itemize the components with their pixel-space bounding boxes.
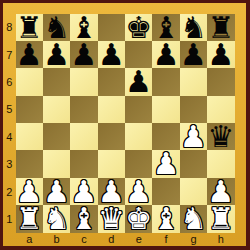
piece-white-pawn[interactable]: ♟ xyxy=(16,178,43,205)
square-g8[interactable]: ♞ xyxy=(180,14,207,41)
square-h8[interactable]: ♜ xyxy=(207,14,234,41)
square-h3[interactable] xyxy=(207,150,234,177)
square-h1[interactable]: ♜ xyxy=(207,205,234,232)
piece-white-knight[interactable]: ♞ xyxy=(180,205,207,232)
square-c3[interactable] xyxy=(70,150,97,177)
square-f5[interactable] xyxy=(152,96,179,123)
file-label-c: c xyxy=(70,233,97,246)
square-c4[interactable] xyxy=(70,123,97,150)
rank-label-1: 1 xyxy=(3,205,16,232)
square-h2[interactable]: ♟ xyxy=(207,178,234,205)
square-b2[interactable]: ♟ xyxy=(43,178,70,205)
square-e7[interactable] xyxy=(125,41,152,68)
piece-black-pawn[interactable]: ♟ xyxy=(71,41,98,68)
square-h7[interactable]: ♟ xyxy=(207,41,234,68)
piece-black-pawn[interactable]: ♟ xyxy=(16,41,43,68)
file-label-d: d xyxy=(98,233,125,246)
square-f1[interactable]: ♝ xyxy=(152,205,179,232)
square-e1[interactable]: ♚ xyxy=(125,205,152,232)
rank-label-8: 8 xyxy=(3,14,16,41)
square-a7[interactable]: ♟ xyxy=(16,41,43,68)
square-g4[interactable]: ♟ xyxy=(180,123,207,150)
square-b7[interactable]: ♟ xyxy=(43,41,70,68)
square-a2[interactable]: ♟ xyxy=(16,178,43,205)
square-h6[interactable] xyxy=(207,68,234,95)
piece-white-knight[interactable]: ♞ xyxy=(43,205,70,232)
piece-white-bishop[interactable]: ♝ xyxy=(71,205,98,232)
square-c7[interactable]: ♟ xyxy=(70,41,97,68)
square-d4[interactable] xyxy=(98,123,125,150)
piece-white-pawn[interactable]: ♟ xyxy=(43,178,70,205)
board-frame: 87654321 abcdefgh ♜♞♝♚♝♞♜♟♟♟♟♟♟♟♟♟♛♟♟♟♟♟… xyxy=(3,3,246,246)
square-d2[interactable]: ♟ xyxy=(98,178,125,205)
rank-labels: 87654321 xyxy=(3,14,16,233)
square-g5[interactable] xyxy=(180,96,207,123)
piece-white-pawn[interactable]: ♟ xyxy=(207,178,234,205)
square-g1[interactable]: ♞ xyxy=(180,205,207,232)
rank-label-2: 2 xyxy=(3,178,16,205)
square-f8[interactable]: ♝ xyxy=(152,14,179,41)
piece-white-bishop[interactable]: ♝ xyxy=(153,205,180,232)
rank-label-3: 3 xyxy=(3,150,16,177)
square-f3[interactable]: ♟ xyxy=(152,150,179,177)
file-labels: abcdefgh xyxy=(16,233,235,246)
piece-black-pawn[interactable]: ♟ xyxy=(207,41,234,68)
square-b4[interactable] xyxy=(43,123,70,150)
square-g6[interactable] xyxy=(180,68,207,95)
square-b8[interactable]: ♞ xyxy=(43,14,70,41)
square-b3[interactable] xyxy=(43,150,70,177)
square-e5[interactable] xyxy=(125,96,152,123)
rank-label-6: 6 xyxy=(3,68,16,95)
piece-black-pawn[interactable]: ♟ xyxy=(125,68,152,95)
square-e4[interactable] xyxy=(125,123,152,150)
square-a1[interactable]: ♜ xyxy=(16,205,43,232)
piece-white-pawn[interactable]: ♟ xyxy=(125,178,152,205)
square-e6[interactable]: ♟ xyxy=(125,68,152,95)
file-label-e: e xyxy=(125,233,152,246)
square-f2[interactable] xyxy=(152,178,179,205)
square-d7[interactable]: ♟ xyxy=(98,41,125,68)
piece-white-pawn[interactable]: ♟ xyxy=(98,178,125,205)
square-b5[interactable] xyxy=(43,96,70,123)
piece-black-knight[interactable]: ♞ xyxy=(43,14,70,41)
square-d1[interactable]: ♛ xyxy=(98,205,125,232)
piece-black-pawn[interactable]: ♟ xyxy=(98,41,125,68)
piece-black-pawn[interactable]: ♟ xyxy=(153,41,180,68)
piece-white-pawn[interactable]: ♟ xyxy=(153,150,180,177)
piece-white-queen[interactable]: ♛ xyxy=(98,205,125,232)
square-a6[interactable] xyxy=(16,68,43,95)
square-d5[interactable] xyxy=(98,96,125,123)
rank-label-5: 5 xyxy=(3,96,16,123)
piece-white-rook[interactable]: ♜ xyxy=(207,205,234,232)
file-label-a: a xyxy=(16,233,43,246)
piece-white-rook[interactable]: ♜ xyxy=(16,205,43,232)
piece-black-queen[interactable]: ♛ xyxy=(207,123,234,150)
square-f7[interactable]: ♟ xyxy=(152,41,179,68)
file-label-f: f xyxy=(152,233,179,246)
rank-label-4: 4 xyxy=(3,123,16,150)
piece-black-bishop[interactable]: ♝ xyxy=(71,14,98,41)
square-h5[interactable] xyxy=(207,96,234,123)
square-a4[interactable] xyxy=(16,123,43,150)
file-label-b: b xyxy=(43,233,70,246)
piece-black-pawn[interactable]: ♟ xyxy=(180,41,207,68)
square-c5[interactable] xyxy=(70,96,97,123)
square-g3[interactable] xyxy=(180,150,207,177)
square-h4[interactable]: ♛ xyxy=(207,123,234,150)
square-g2[interactable] xyxy=(180,178,207,205)
square-e8[interactable]: ♚ xyxy=(125,14,152,41)
piece-black-pawn[interactable]: ♟ xyxy=(43,41,70,68)
square-a5[interactable] xyxy=(16,96,43,123)
square-b6[interactable] xyxy=(43,68,70,95)
square-d8[interactable] xyxy=(98,14,125,41)
square-b1[interactable]: ♞ xyxy=(43,205,70,232)
square-a8[interactable]: ♜ xyxy=(16,14,43,41)
chess-board: ♜♞♝♚♝♞♜♟♟♟♟♟♟♟♟♟♛♟♟♟♟♟♟♟♜♞♝♛♚♝♞♜ xyxy=(16,14,235,233)
piece-black-rook[interactable]: ♜ xyxy=(207,14,234,41)
file-label-g: g xyxy=(180,233,207,246)
square-c1[interactable]: ♝ xyxy=(70,205,97,232)
square-a3[interactable] xyxy=(16,150,43,177)
square-c6[interactable] xyxy=(70,68,97,95)
rank-label-7: 7 xyxy=(3,41,16,68)
square-c2[interactable]: ♟ xyxy=(70,178,97,205)
square-f4[interactable] xyxy=(152,123,179,150)
piece-white-pawn[interactable]: ♟ xyxy=(180,123,207,150)
square-e2[interactable]: ♟ xyxy=(125,178,152,205)
square-f6[interactable] xyxy=(152,68,179,95)
piece-black-king[interactable]: ♚ xyxy=(125,14,152,41)
chess-board-window: 87654321 abcdefgh ♜♞♝♚♝♞♜♟♟♟♟♟♟♟♟♟♛♟♟♟♟♟… xyxy=(0,0,250,250)
square-g7[interactable]: ♟ xyxy=(180,41,207,68)
piece-black-bishop[interactable]: ♝ xyxy=(153,14,180,41)
piece-black-knight[interactable]: ♞ xyxy=(180,14,207,41)
square-d3[interactable] xyxy=(98,150,125,177)
piece-white-pawn[interactable]: ♟ xyxy=(71,178,98,205)
square-e3[interactable] xyxy=(125,150,152,177)
piece-black-rook[interactable]: ♜ xyxy=(16,14,43,41)
file-label-h: h xyxy=(207,233,234,246)
square-c8[interactable]: ♝ xyxy=(70,14,97,41)
piece-white-king[interactable]: ♚ xyxy=(125,205,152,232)
square-d6[interactable] xyxy=(98,68,125,95)
